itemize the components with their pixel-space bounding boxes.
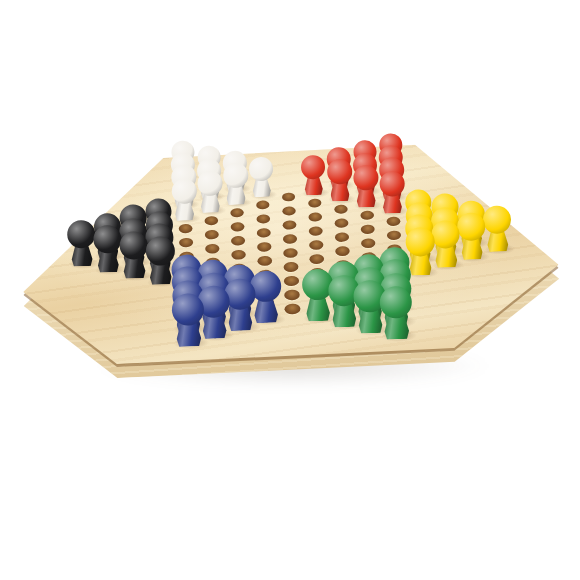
hole[interactable]	[284, 289, 300, 300]
hole-cell	[197, 202, 223, 210]
peg-white[interactable]	[171, 178, 197, 221]
hole-cell	[199, 244, 225, 252]
peg-head	[431, 220, 460, 249]
hole-cell	[459, 249, 485, 257]
hole[interactable]	[308, 226, 322, 236]
hole-cell	[223, 208, 249, 216]
hole-cell	[328, 219, 354, 227]
hole-cell	[302, 213, 328, 221]
peg-head	[93, 225, 122, 254]
hole[interactable]	[360, 238, 375, 248]
hole-cell	[305, 311, 331, 319]
peg-red[interactable]	[353, 165, 379, 208]
hole[interactable]	[283, 247, 298, 257]
hole-cell	[227, 320, 253, 328]
hole[interactable]	[257, 255, 272, 265]
hole-cell	[171, 210, 197, 218]
hole-cell	[301, 199, 327, 207]
hole-cell	[249, 200, 275, 208]
hole-cell	[249, 186, 275, 194]
hole-cell	[303, 255, 329, 263]
hole-cell	[253, 312, 279, 320]
peg-yellow[interactable]	[431, 220, 461, 268]
peg-head	[301, 155, 326, 180]
peg-head	[171, 178, 197, 204]
hole[interactable]	[386, 230, 400, 240]
peg-red[interactable]	[326, 159, 352, 202]
hole[interactable]	[230, 235, 244, 245]
hole-cell	[485, 241, 511, 249]
hole[interactable]	[335, 246, 350, 256]
hole-cell	[172, 224, 198, 232]
peg-head	[119, 231, 148, 260]
hole[interactable]	[256, 214, 270, 224]
hole-cell	[278, 291, 304, 299]
hole-cell	[250, 228, 276, 236]
hole-cell	[379, 203, 405, 211]
hole-cell	[224, 222, 250, 230]
hole[interactable]	[308, 240, 323, 250]
hole[interactable]	[230, 208, 244, 217]
peg-white[interactable]	[249, 157, 274, 198]
hole-cell	[279, 305, 305, 313]
hole[interactable]	[282, 206, 296, 215]
hole[interactable]	[334, 232, 348, 242]
hole-cell	[275, 193, 301, 201]
peg-yellow[interactable]	[457, 212, 487, 260]
peg-head	[483, 205, 512, 234]
peg-head	[67, 220, 96, 249]
hole[interactable]	[256, 241, 271, 251]
hole-cell	[276, 235, 302, 243]
peg-grid	[66, 157, 514, 347]
hole[interactable]	[308, 212, 322, 222]
hole-cell	[328, 233, 354, 241]
photo-canvas	[0, 0, 580, 580]
hole-cell	[148, 274, 174, 282]
hole-cell	[433, 257, 459, 265]
hole[interactable]	[282, 220, 296, 230]
hole-cell	[277, 249, 303, 257]
hole[interactable]	[308, 198, 321, 207]
hole-cell	[121, 268, 147, 276]
hole-cell	[327, 205, 353, 213]
hole[interactable]	[283, 275, 299, 286]
peg-head	[326, 159, 352, 185]
hole-cell	[95, 262, 121, 270]
hole-cell	[250, 214, 276, 222]
hole[interactable]	[204, 215, 218, 225]
peg-head	[171, 293, 204, 326]
hole[interactable]	[256, 228, 270, 238]
hole[interactable]	[284, 303, 300, 314]
peg-white[interactable]	[197, 170, 223, 213]
hole[interactable]	[386, 216, 400, 226]
hole-cell	[278, 277, 304, 285]
hole-cell	[384, 329, 410, 337]
peg-head	[353, 165, 379, 191]
peg-red[interactable]	[301, 155, 326, 196]
hole-cell	[275, 207, 301, 215]
hole[interactable]	[205, 243, 220, 253]
peg-head	[405, 227, 435, 257]
hole[interactable]	[309, 253, 324, 263]
hole-cell	[202, 328, 228, 336]
peg-white[interactable]	[222, 162, 248, 205]
board	[18, 136, 561, 370]
hole-cell	[327, 191, 353, 199]
peg-head	[457, 212, 486, 241]
peg-yellow[interactable]	[483, 205, 513, 252]
hole[interactable]	[283, 261, 298, 271]
hole-cell	[223, 194, 249, 202]
peg-black[interactable]	[93, 225, 123, 273]
hole-cell	[380, 217, 406, 225]
peg-green[interactable]	[379, 286, 413, 340]
hole[interactable]	[282, 234, 296, 244]
peg-head	[222, 162, 248, 188]
hole-cell	[380, 231, 406, 239]
hole-cell	[354, 211, 380, 219]
hole[interactable]	[230, 222, 244, 232]
hole-cell	[276, 221, 302, 229]
hole-cell	[172, 238, 198, 246]
hole-cell	[301, 185, 327, 193]
hole-cell	[251, 256, 277, 264]
hole-cell	[353, 197, 379, 205]
hole[interactable]	[281, 192, 294, 201]
hole-cell	[303, 241, 329, 249]
peg-head	[379, 286, 412, 319]
peg-red[interactable]	[379, 171, 405, 214]
hole-cell	[224, 236, 250, 244]
hole[interactable]	[360, 224, 374, 234]
hole-cell	[176, 336, 202, 344]
peg-black[interactable]	[67, 220, 97, 267]
hole-cell	[225, 250, 251, 258]
hole-cell	[355, 239, 381, 247]
peg-head	[249, 157, 274, 182]
hole[interactable]	[256, 200, 269, 209]
hole-cell	[302, 227, 328, 235]
peg-head	[197, 170, 223, 196]
hole-cell	[251, 242, 277, 250]
hole-cell	[354, 225, 380, 233]
hole-cell	[277, 263, 303, 271]
peg-blue[interactable]	[171, 293, 205, 347]
hole-cell	[408, 265, 434, 273]
hole-cell	[329, 247, 355, 255]
hole[interactable]	[178, 237, 192, 247]
peg-head	[379, 171, 405, 197]
hole-cell	[69, 256, 95, 264]
hole[interactable]	[334, 204, 348, 213]
hole[interactable]	[334, 218, 348, 228]
hole-cell	[198, 216, 224, 224]
hole[interactable]	[360, 210, 374, 220]
hole[interactable]	[204, 229, 218, 239]
hole-cell	[198, 230, 224, 238]
hole[interactable]	[231, 249, 246, 259]
hole[interactable]	[178, 223, 192, 233]
